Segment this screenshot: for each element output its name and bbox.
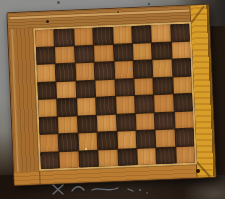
square-d3[interactable]	[97, 114, 116, 131]
square-f8[interactable]	[132, 25, 151, 42]
square-d5[interactable]	[95, 79, 114, 96]
square-g1[interactable]	[156, 147, 175, 164]
square-g3[interactable]	[155, 112, 174, 129]
square-h8[interactable]	[171, 24, 190, 41]
square-h7[interactable]	[171, 41, 190, 58]
square-h5[interactable]	[173, 76, 192, 93]
square-a2[interactable]	[40, 134, 59, 151]
square-g7[interactable]	[152, 42, 171, 59]
square-d4[interactable]	[96, 97, 115, 114]
square-e3[interactable]	[116, 114, 135, 131]
square-e2[interactable]	[117, 131, 136, 148]
square-f5[interactable]	[134, 78, 153, 95]
square-b3[interactable]	[58, 116, 77, 133]
square-g5[interactable]	[154, 77, 173, 94]
square-b1[interactable]	[60, 151, 79, 168]
photo-antique-checkerboard	[0, 0, 225, 199]
chalk-marks	[48, 181, 160, 198]
square-f7[interactable]	[133, 43, 152, 60]
square-h3[interactable]	[174, 111, 193, 128]
square-a7[interactable]	[36, 47, 55, 64]
square-c3[interactable]	[78, 115, 97, 132]
square-g8[interactable]	[151, 24, 170, 41]
square-a6[interactable]	[37, 64, 56, 81]
square-a8[interactable]	[35, 29, 54, 46]
square-d1[interactable]	[98, 149, 117, 166]
square-c1[interactable]	[79, 150, 98, 167]
square-h1[interactable]	[176, 146, 195, 163]
square-g2[interactable]	[156, 129, 175, 146]
square-g6[interactable]	[153, 59, 172, 76]
square-d8[interactable]	[93, 27, 112, 44]
square-b7[interactable]	[55, 46, 74, 63]
square-e8[interactable]	[113, 26, 132, 43]
square-c8[interactable]	[74, 28, 93, 45]
square-f2[interactable]	[136, 130, 155, 147]
square-e6[interactable]	[114, 61, 133, 78]
square-d2[interactable]	[98, 132, 117, 149]
square-b5[interactable]	[57, 81, 76, 98]
square-h4[interactable]	[174, 94, 193, 111]
square-a5[interactable]	[37, 82, 56, 99]
square-b6[interactable]	[56, 64, 75, 81]
table-surface-corner-patch	[185, 179, 225, 199]
square-h2[interactable]	[175, 129, 194, 146]
square-a4[interactable]	[38, 99, 57, 116]
square-d6[interactable]	[95, 62, 114, 79]
square-f3[interactable]	[136, 113, 155, 130]
square-a1[interactable]	[40, 152, 59, 169]
square-b4[interactable]	[58, 98, 77, 115]
square-e1[interactable]	[118, 149, 137, 166]
square-h6[interactable]	[172, 59, 191, 76]
square-e5[interactable]	[115, 79, 134, 96]
square-f4[interactable]	[135, 95, 154, 112]
square-c7[interactable]	[75, 45, 94, 62]
square-f1[interactable]	[137, 148, 156, 165]
square-c6[interactable]	[75, 63, 94, 80]
square-c5[interactable]	[76, 80, 95, 97]
square-b2[interactable]	[59, 133, 78, 150]
square-f6[interactable]	[133, 60, 152, 77]
square-g4[interactable]	[154, 94, 173, 111]
square-d7[interactable]	[94, 44, 113, 61]
square-e7[interactable]	[113, 44, 132, 61]
square-e4[interactable]	[116, 96, 135, 113]
square-c2[interactable]	[78, 133, 97, 150]
square-c4[interactable]	[77, 98, 96, 115]
square-b8[interactable]	[55, 29, 74, 46]
board-grid	[33, 22, 197, 171]
square-a3[interactable]	[39, 117, 58, 134]
checkerboard	[6, 4, 216, 186]
